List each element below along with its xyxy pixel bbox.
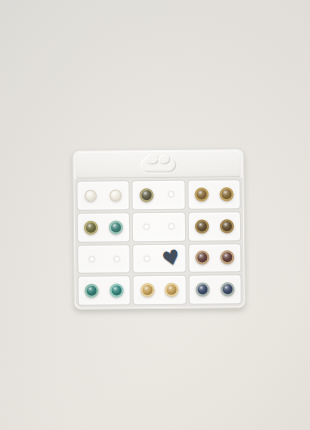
slot xyxy=(190,219,213,233)
slot xyxy=(105,256,128,261)
navy-heart-stud: ♥ xyxy=(160,246,182,270)
compartment-r3c1 xyxy=(77,244,131,274)
teal-crystal-stud xyxy=(110,283,124,297)
compartment-r3c3 xyxy=(188,243,242,273)
empty-post xyxy=(144,256,149,261)
pearl-stud xyxy=(85,190,97,202)
champagne-crystal-stud xyxy=(140,283,154,297)
earring-tray: ♥ xyxy=(74,177,243,308)
compartment-r1c1 xyxy=(76,180,130,210)
compartment-r2c3 xyxy=(187,211,241,241)
olive-crystal-stud xyxy=(139,188,153,202)
compartment-r2c2 xyxy=(132,211,186,241)
case-lid xyxy=(76,150,240,179)
slot xyxy=(80,284,103,298)
compartment-r3c2: ♥ xyxy=(132,243,186,273)
teal-crystal-stud xyxy=(85,284,99,298)
compartment-r4c2 xyxy=(133,275,187,305)
slot xyxy=(190,187,213,201)
slot xyxy=(216,282,239,296)
photo-background: ♥ xyxy=(0,0,310,430)
empty-post xyxy=(114,256,119,261)
compartment-r1c2 xyxy=(132,180,186,210)
compartment-r2c1 xyxy=(77,212,131,242)
olive-crystal-stud xyxy=(84,220,98,234)
empty-post xyxy=(89,257,94,262)
burgundy-crystal-stud xyxy=(195,251,209,265)
embossed-logo-icon xyxy=(140,157,176,172)
navy-crystal-stud xyxy=(195,283,209,297)
teal-crystal-stud xyxy=(109,220,123,234)
slot xyxy=(215,251,238,265)
earring-case: ♥ xyxy=(72,148,246,310)
dark-brown-crystal-stud xyxy=(195,219,209,233)
slot xyxy=(136,283,159,297)
pearl-stud xyxy=(110,189,122,201)
compartment-r4c3 xyxy=(188,274,242,304)
navy-crystal-stud xyxy=(220,282,234,296)
slot xyxy=(160,283,183,297)
slot: ♥ xyxy=(160,248,183,268)
slot xyxy=(79,189,102,201)
slot xyxy=(105,283,128,297)
empty-post xyxy=(168,192,173,197)
empty-post xyxy=(144,224,149,229)
gold-brown-crystal-stud xyxy=(194,187,208,201)
slot xyxy=(135,188,158,202)
slot xyxy=(215,187,238,201)
champagne-crystal-stud xyxy=(165,283,179,297)
slot xyxy=(135,224,158,229)
slot xyxy=(80,256,103,261)
slot xyxy=(215,219,238,233)
compartment-r4c1 xyxy=(77,276,131,306)
slot xyxy=(104,189,127,201)
slot xyxy=(160,224,183,229)
compartment-r1c3 xyxy=(187,179,241,209)
slot xyxy=(80,220,103,234)
slot xyxy=(191,251,214,265)
slot xyxy=(135,256,158,261)
slot xyxy=(191,283,214,297)
empty-post xyxy=(169,224,174,229)
slot xyxy=(104,220,127,234)
slot xyxy=(159,192,182,197)
burgundy-crystal-stud xyxy=(220,251,234,265)
dark-brown-crystal-stud xyxy=(220,219,234,233)
gold-brown-crystal-stud xyxy=(219,187,233,201)
